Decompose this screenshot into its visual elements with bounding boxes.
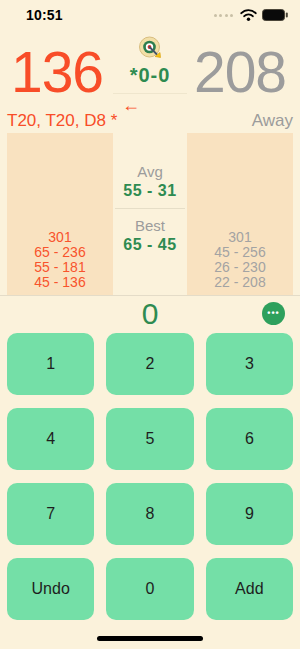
- score-entry-row: 0 •••: [0, 296, 300, 333]
- add-button[interactable]: Add: [206, 558, 293, 620]
- cellular-signal-icon: [214, 14, 234, 17]
- key-1[interactable]: 1: [7, 333, 94, 395]
- battery-icon: [262, 9, 288, 21]
- turn-indicator-arrow: ←: [113, 97, 187, 113]
- away-history-panel: 301 45 - 256 26 - 230 22 - 208: [187, 133, 293, 295]
- history-row: 22 - 208: [214, 275, 265, 290]
- best-value: 65 - 45: [113, 236, 187, 254]
- history-row: 45 - 136: [34, 275, 85, 290]
- away-player-label: Away: [187, 111, 293, 131]
- status-icons: [214, 9, 289, 21]
- home-history-panel: 301 65 - 236 55 - 181 45 - 136: [7, 133, 113, 295]
- legs-score: *0-0: [113, 64, 187, 87]
- clock: 10:51: [26, 7, 63, 23]
- home-score: 136: [4, 44, 110, 101]
- key-4[interactable]: 4: [7, 408, 94, 470]
- key-0[interactable]: 0: [106, 558, 193, 620]
- match-center: *0-0 ←: [113, 36, 187, 113]
- status-bar: 10:51: [0, 0, 300, 30]
- avg-value: 55 - 31: [113, 182, 187, 200]
- history-row: 65 - 236: [34, 245, 85, 260]
- avg-label: Avg: [113, 163, 187, 180]
- key-2[interactable]: 2: [106, 333, 193, 395]
- ellipsis-icon: •••: [267, 302, 279, 325]
- wifi-icon: [240, 9, 257, 21]
- away-score: 208: [187, 44, 293, 101]
- key-3[interactable]: 3: [206, 333, 293, 395]
- stats-divider: [115, 208, 185, 209]
- legs-divider: [113, 93, 187, 94]
- undo-button[interactable]: Undo: [7, 558, 94, 620]
- best-label: Best: [113, 217, 187, 234]
- current-entry-value: 0: [0, 297, 300, 331]
- history-row: 26 - 230: [214, 260, 265, 275]
- keypad: 1 2 3 4 5 6 7 8 9 Undo 0 Add: [7, 333, 293, 620]
- key-8[interactable]: 8: [106, 483, 193, 545]
- history-row: 301: [48, 230, 71, 245]
- match-stats: Avg 55 - 31 Best 65 - 45: [113, 163, 187, 254]
- dartboard-icon: [138, 36, 162, 60]
- home-indicator[interactable]: [97, 636, 203, 641]
- key-5[interactable]: 5: [106, 408, 193, 470]
- history-row: 45 - 256: [214, 245, 265, 260]
- key-6[interactable]: 6: [206, 408, 293, 470]
- history-row: 301: [228, 230, 251, 245]
- key-9[interactable]: 9: [206, 483, 293, 545]
- history-row: 55 - 181: [34, 260, 85, 275]
- checkout-suggestion: T20, T20, D8 *: [7, 111, 117, 131]
- more-options-button[interactable]: •••: [262, 302, 285, 325]
- key-7[interactable]: 7: [7, 483, 94, 545]
